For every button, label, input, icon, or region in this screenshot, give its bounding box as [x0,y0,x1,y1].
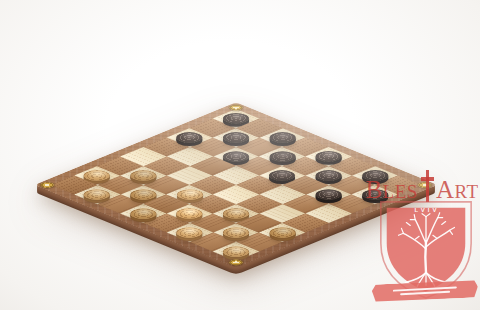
brand-text-right: Art [436,177,479,202]
ribbon-text-line [393,286,457,291]
scene: { "game": "checkers (draughts)", "board"… [0,0,480,310]
city-label: LVIV [384,207,470,213]
ribbon-text-line [400,291,450,296]
shield-tree-emblem [374,196,478,304]
board-grid [51,109,422,261]
checkers-board [34,102,438,268]
banner-ribbon [372,279,479,303]
